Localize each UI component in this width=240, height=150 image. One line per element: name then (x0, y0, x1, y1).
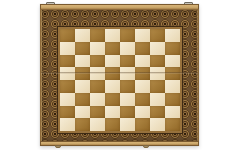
square-a1[interactable] (60, 118, 75, 131)
right-foot (143, 145, 149, 148)
square-h1[interactable] (165, 118, 180, 131)
square-f5[interactable] (135, 67, 150, 80)
square-f8[interactable] (135, 29, 150, 42)
square-d4[interactable] (105, 80, 120, 93)
square-c8[interactable] (90, 29, 105, 42)
square-f1[interactable] (135, 118, 150, 131)
square-c6[interactable] (90, 55, 105, 68)
square-a5[interactable] (60, 67, 75, 80)
chess-board (40, 4, 199, 146)
square-h7[interactable] (165, 42, 180, 55)
square-f4[interactable] (135, 80, 150, 93)
square-a7[interactable] (60, 42, 75, 55)
square-d7[interactable] (105, 42, 120, 55)
square-g6[interactable] (150, 55, 165, 68)
square-c1[interactable] (90, 118, 105, 131)
square-e4[interactable] (120, 80, 135, 93)
square-g3[interactable] (150, 93, 165, 106)
square-f6[interactable] (135, 55, 150, 68)
square-g7[interactable] (150, 42, 165, 55)
square-a2[interactable] (60, 106, 75, 119)
square-b5[interactable] (75, 67, 90, 80)
square-h3[interactable] (165, 93, 180, 106)
square-b2[interactable] (75, 106, 90, 119)
square-d5[interactable] (105, 67, 120, 80)
square-g5[interactable] (150, 67, 165, 80)
square-h6[interactable] (165, 55, 180, 68)
square-c5[interactable] (90, 67, 105, 80)
square-g8[interactable] (150, 29, 165, 42)
square-h8[interactable] (165, 29, 180, 42)
square-d2[interactable] (105, 106, 120, 119)
square-b1[interactable] (75, 118, 90, 131)
square-g1[interactable] (150, 118, 165, 131)
square-e6[interactable] (120, 55, 135, 68)
square-b8[interactable] (75, 29, 90, 42)
square-g2[interactable] (150, 106, 165, 119)
bottom-edge-strip (40, 141, 199, 146)
square-b7[interactable] (75, 42, 90, 55)
square-a6[interactable] (60, 55, 75, 68)
square-c3[interactable] (90, 93, 105, 106)
square-d3[interactable] (105, 93, 120, 106)
square-h2[interactable] (165, 106, 180, 119)
left-foot (55, 145, 61, 148)
square-a8[interactable] (60, 29, 75, 42)
square-e2[interactable] (120, 106, 135, 119)
square-f2[interactable] (135, 106, 150, 119)
square-h5[interactable] (165, 67, 180, 80)
square-g4[interactable] (150, 80, 165, 93)
square-h4[interactable] (165, 80, 180, 93)
playing-grid (58, 27, 182, 133)
square-d8[interactable] (105, 29, 120, 42)
square-e1[interactable] (120, 118, 135, 131)
square-d1[interactable] (105, 118, 120, 131)
carved-border-frame (40, 9, 199, 142)
square-a4[interactable] (60, 80, 75, 93)
square-e7[interactable] (120, 42, 135, 55)
photo-background (0, 0, 240, 150)
square-e8[interactable] (120, 29, 135, 42)
square-d6[interactable] (105, 55, 120, 68)
square-e3[interactable] (120, 93, 135, 106)
square-a3[interactable] (60, 93, 75, 106)
square-f7[interactable] (135, 42, 150, 55)
square-b4[interactable] (75, 80, 90, 93)
square-b3[interactable] (75, 93, 90, 106)
square-f3[interactable] (135, 93, 150, 106)
square-e5[interactable] (120, 67, 135, 80)
square-c7[interactable] (90, 42, 105, 55)
square-c2[interactable] (90, 106, 105, 119)
square-b6[interactable] (75, 55, 90, 68)
square-c4[interactable] (90, 80, 105, 93)
